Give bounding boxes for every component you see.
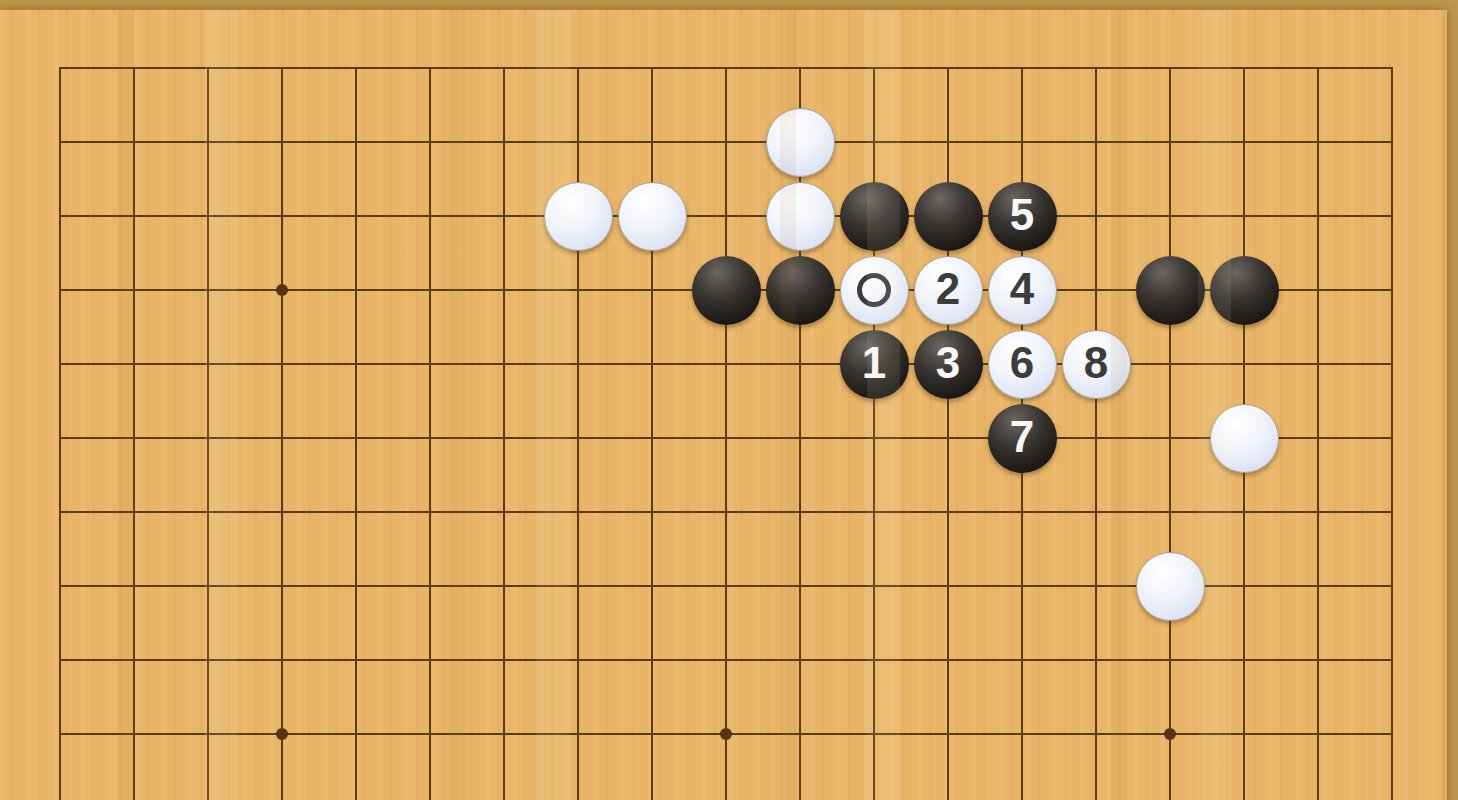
stone-black-L16[interactable] xyxy=(766,256,835,325)
grid-line-vertical xyxy=(1391,67,1393,800)
star-point xyxy=(276,284,288,296)
grid-line-vertical xyxy=(1243,67,1245,800)
stone-white-P15[interactable]: 8 xyxy=(1062,330,1131,399)
grid-line-vertical xyxy=(59,67,61,800)
grid-line-vertical xyxy=(651,67,653,800)
stone-black-Q16[interactable] xyxy=(1136,256,1205,325)
grid-line-vertical xyxy=(503,67,505,800)
grid-line-horizontal xyxy=(59,67,1393,69)
stone-black-O17[interactable]: 5 xyxy=(988,182,1057,251)
grid-line-vertical xyxy=(1317,67,1319,800)
move-number-label: 2 xyxy=(936,267,960,311)
move-number-label: 1 xyxy=(862,341,886,385)
stone-black-N17[interactable] xyxy=(914,182,983,251)
grid-line-vertical xyxy=(207,67,209,800)
stone-black-K16[interactable] xyxy=(692,256,761,325)
stone-white-H17[interactable] xyxy=(544,182,613,251)
stone-white-L18[interactable] xyxy=(766,108,835,177)
move-number-label: 3 xyxy=(936,341,960,385)
grid-line-horizontal xyxy=(59,511,1393,513)
grid-line-vertical xyxy=(133,67,135,800)
stone-black-M15[interactable]: 1 xyxy=(840,330,909,399)
grid-line-horizontal xyxy=(59,215,1393,217)
grid-line-vertical xyxy=(429,67,431,800)
grid-line-horizontal xyxy=(59,585,1393,587)
move-number-label: 7 xyxy=(1010,415,1034,459)
star-point xyxy=(1164,728,1176,740)
star-point xyxy=(1164,284,1176,296)
grid-line-vertical xyxy=(873,67,875,800)
stone-white-M16[interactable] xyxy=(840,256,909,325)
grid-line-vertical xyxy=(1021,67,1023,800)
stone-black-R16[interactable] xyxy=(1210,256,1279,325)
stone-white-L17[interactable] xyxy=(766,182,835,251)
go-board-viewport: 52413687 xyxy=(0,0,1458,800)
stone-black-M17[interactable] xyxy=(840,182,909,251)
grid-line-vertical xyxy=(1169,67,1171,800)
stone-black-N15[interactable]: 3 xyxy=(914,330,983,399)
grid-line-vertical xyxy=(355,67,357,800)
grid-line-horizontal xyxy=(59,659,1393,661)
star-point xyxy=(276,728,288,740)
circle-marker-icon xyxy=(857,273,891,307)
star-point xyxy=(720,284,732,296)
grid-line-horizontal xyxy=(59,289,1393,291)
move-number-label: 4 xyxy=(1010,267,1034,311)
star-point xyxy=(720,728,732,740)
move-number-label: 5 xyxy=(1010,193,1034,237)
stone-white-O16[interactable]: 4 xyxy=(988,256,1057,325)
grid-line-horizontal xyxy=(59,733,1393,735)
stone-white-R14[interactable] xyxy=(1210,404,1279,473)
stone-white-J17[interactable] xyxy=(618,182,687,251)
grid-line-vertical xyxy=(1095,67,1097,800)
grid-line-horizontal xyxy=(59,437,1393,439)
stone-white-O15[interactable]: 6 xyxy=(988,330,1057,399)
grid-line-vertical xyxy=(947,67,949,800)
grid-line-horizontal xyxy=(59,363,1393,365)
stone-black-O14[interactable]: 7 xyxy=(988,404,1057,473)
move-number-label: 8 xyxy=(1084,341,1108,385)
grid-line-horizontal xyxy=(59,141,1393,143)
grid-line-vertical xyxy=(281,67,283,800)
move-number-label: 6 xyxy=(1010,341,1034,385)
grid-line-vertical xyxy=(577,67,579,800)
stone-white-Q12[interactable] xyxy=(1136,552,1205,621)
stone-white-N16[interactable]: 2 xyxy=(914,256,983,325)
grid-line-vertical xyxy=(799,67,801,800)
grid-line-vertical xyxy=(725,67,727,800)
go-board-surface[interactable]: 52413687 xyxy=(0,10,1447,800)
